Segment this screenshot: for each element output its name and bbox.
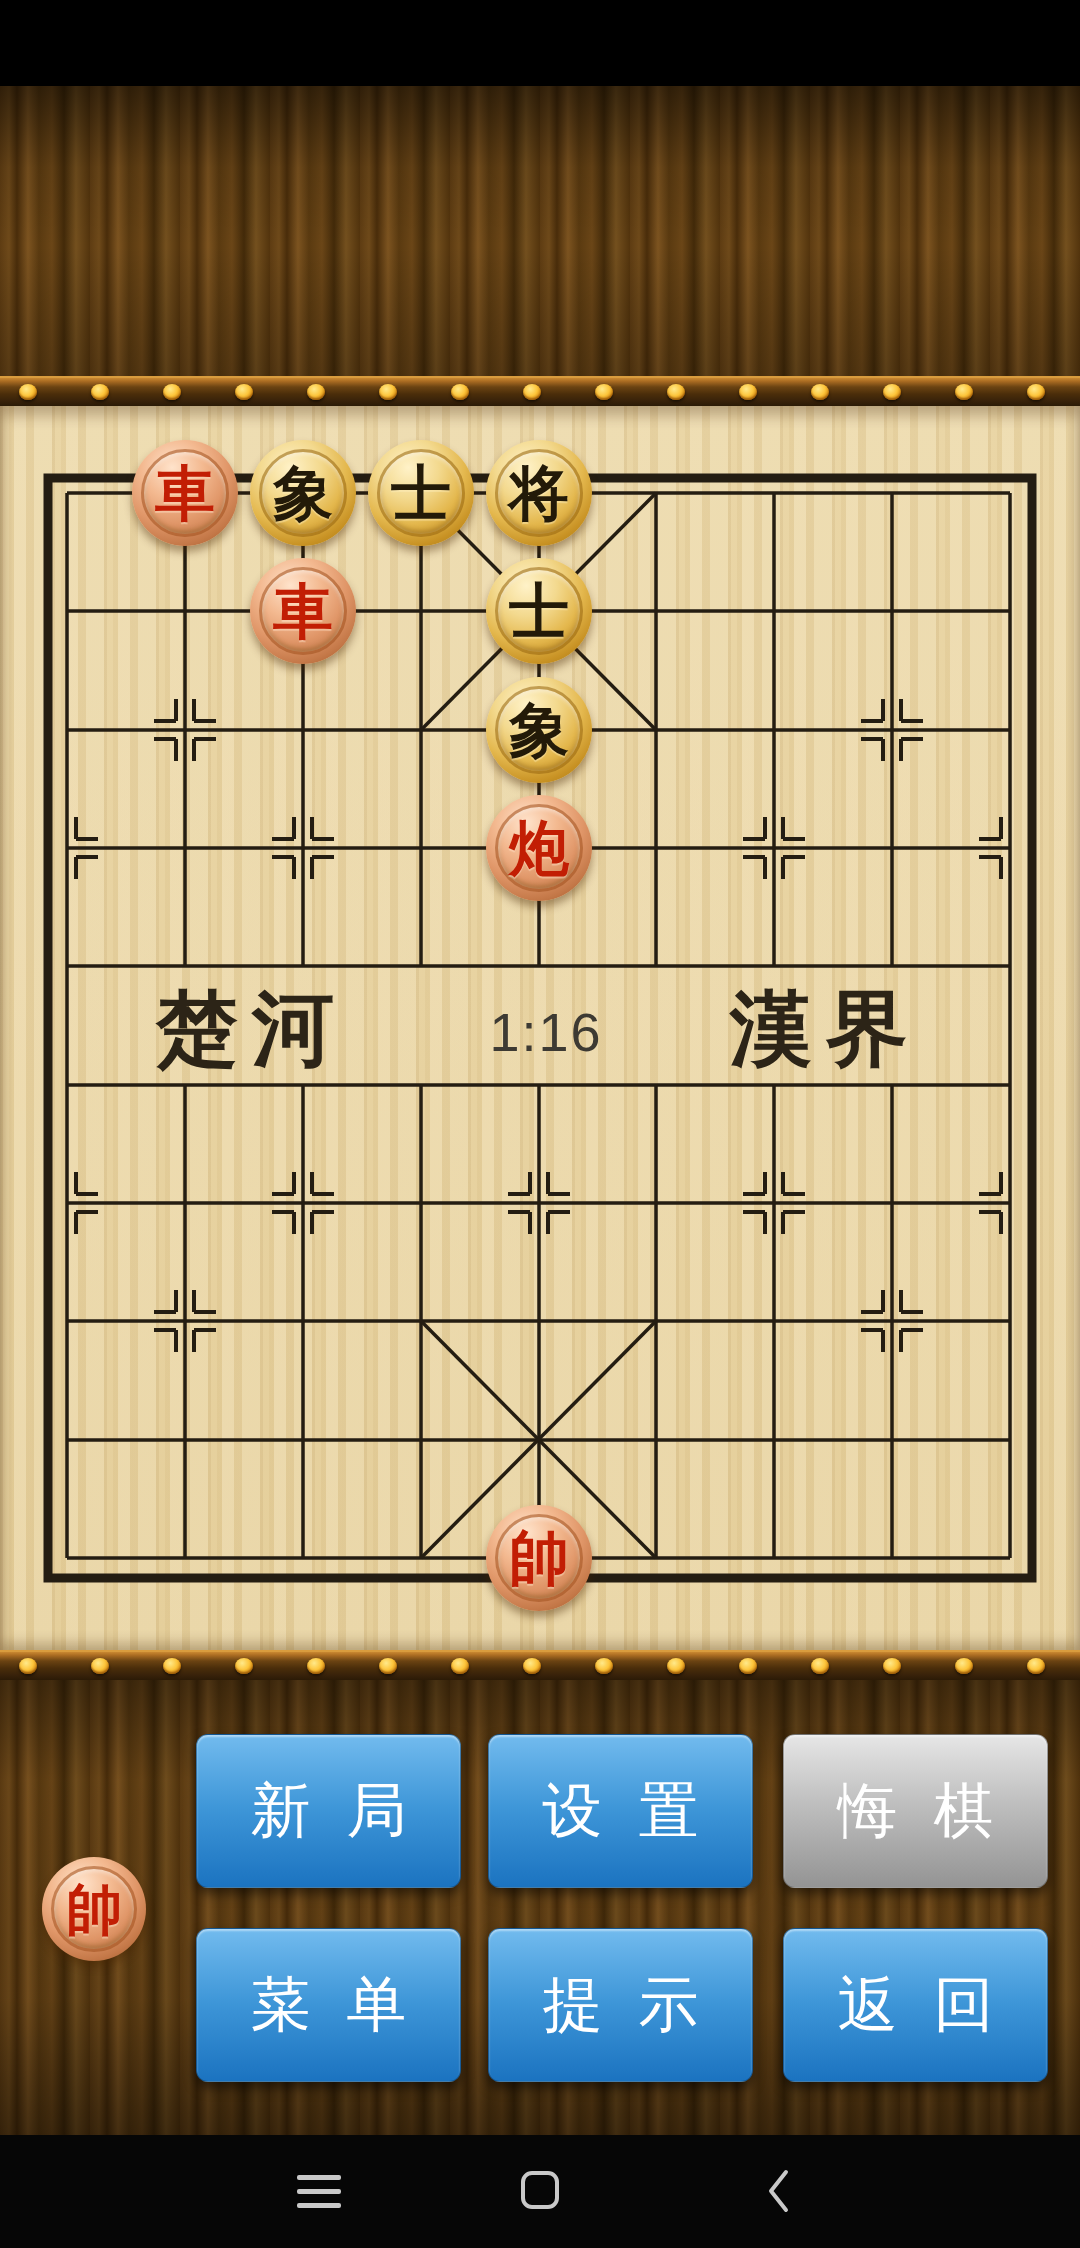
pieces-layer: 車象士将車士象炮帥 — [0, 406, 1080, 1650]
new-game-label: 新局 — [251, 1771, 443, 1852]
rivet — [1027, 384, 1045, 400]
rivet — [523, 384, 541, 400]
menu-button[interactable]: 菜单 — [196, 1928, 461, 2082]
piece-red-chariot[interactable]: 車 — [132, 440, 238, 546]
status-bar — [0, 0, 1080, 86]
piece-black-elephant[interactable]: 象 — [250, 440, 356, 546]
hint-label: 提示 — [543, 1965, 735, 2046]
rivet — [739, 1658, 757, 1674]
menu-label: 菜单 — [251, 1965, 443, 2046]
rivet — [883, 1658, 901, 1674]
undo-label: 悔棋 — [838, 1771, 1030, 1852]
piece-red-chariot[interactable]: 車 — [250, 558, 356, 664]
top-wood-panel — [0, 86, 1080, 377]
xiangqi-board[interactable]: 楚河 1:16 漢界 車象士将車士象炮帥 — [0, 406, 1080, 1650]
rivet — [451, 1658, 469, 1674]
settings-label: 设置 — [543, 1771, 735, 1852]
rivet — [163, 1658, 181, 1674]
rivet — [379, 384, 397, 400]
rivet — [955, 1658, 973, 1674]
undo-button[interactable]: 悔棋 — [783, 1734, 1048, 1888]
turn-indicator-piece: 帥 — [42, 1857, 146, 1961]
back-label: 返回 — [838, 1965, 1030, 2046]
rivet — [811, 1658, 829, 1674]
piece-black-elephant[interactable]: 象 — [486, 677, 592, 783]
rivet — [307, 1658, 325, 1674]
rivet — [235, 384, 253, 400]
rivet — [379, 1658, 397, 1674]
rivet — [739, 384, 757, 400]
rivet — [955, 384, 973, 400]
rivet — [667, 384, 685, 400]
rivet — [163, 384, 181, 400]
settings-button[interactable]: 设置 — [488, 1734, 753, 1888]
rivet — [811, 384, 829, 400]
rivet — [91, 1658, 109, 1674]
piece-black-general[interactable]: 将 — [486, 440, 592, 546]
rivet — [667, 1658, 685, 1674]
rivet — [595, 1658, 613, 1674]
rivet — [307, 384, 325, 400]
rivet — [523, 1658, 541, 1674]
back-button[interactable]: 返回 — [783, 1928, 1048, 2082]
rivet-strip-top — [0, 376, 1080, 406]
rivet — [883, 384, 901, 400]
piece-red-cannon[interactable]: 炮 — [486, 795, 592, 901]
rivet — [235, 1658, 253, 1674]
piece-black-advisor[interactable]: 士 — [486, 558, 592, 664]
home-icon[interactable] — [521, 2171, 559, 2209]
rivet-strip-bottom — [0, 1650, 1080, 1680]
rivet — [451, 384, 469, 400]
hint-button[interactable]: 提示 — [488, 1928, 753, 2082]
turn-indicator-glyph: 帥 — [66, 1881, 122, 1937]
recents-icon[interactable] — [297, 2175, 341, 2208]
rivet — [19, 384, 37, 400]
rivet — [595, 384, 613, 400]
screen: 楚河 1:16 漢界 車象士将車士象炮帥 帥 新局 设置 悔棋 菜单 提示 返回 — [0, 0, 1080, 2248]
back-icon[interactable] — [766, 2169, 790, 2213]
new-game-button[interactable]: 新局 — [196, 1734, 461, 1888]
rivet — [91, 384, 109, 400]
navigation-bar — [0, 2135, 1080, 2248]
piece-red-general[interactable]: 帥 — [486, 1505, 592, 1611]
piece-black-advisor[interactable]: 士 — [368, 440, 474, 546]
rivet — [1027, 1658, 1045, 1674]
rivet — [19, 1658, 37, 1674]
